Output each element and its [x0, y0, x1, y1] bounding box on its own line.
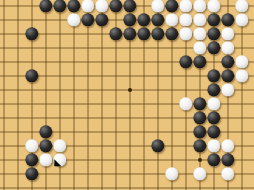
star-point: [128, 88, 132, 92]
go-board[interactable]: [0, 0, 254, 190]
star-point: [198, 158, 202, 162]
last-move-triangle-marker: [54, 159, 61, 166]
